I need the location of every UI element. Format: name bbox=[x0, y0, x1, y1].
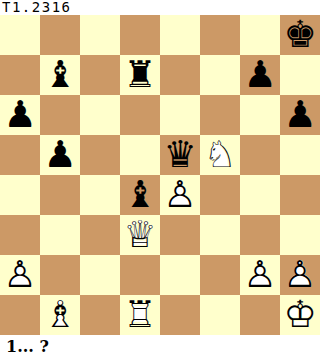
square-a3[interactable] bbox=[0, 215, 40, 255]
square-e7[interactable] bbox=[160, 55, 200, 95]
piece-white-pawn[interactable]: ♟♙ bbox=[280, 255, 320, 295]
piece-white-king[interactable]: ♚♔ bbox=[280, 295, 320, 335]
chess-diagram-app: T1.2316 ♚♝♜♟♟♟♟♛♞♘♝♟♙♛♕♟♙♟♙♟♙♝♗♜♖♚♔ 1...… bbox=[0, 0, 320, 360]
square-a8[interactable] bbox=[0, 15, 40, 55]
square-a1[interactable] bbox=[0, 295, 40, 335]
square-c5[interactable] bbox=[80, 135, 120, 175]
square-f3[interactable] bbox=[200, 215, 240, 255]
square-f2[interactable] bbox=[200, 255, 240, 295]
square-c2[interactable] bbox=[80, 255, 120, 295]
piece-black-pawn[interactable]: ♟ bbox=[280, 95, 320, 135]
square-c1[interactable] bbox=[80, 295, 120, 335]
piece-white-pawn[interactable]: ♟♙ bbox=[0, 255, 40, 295]
piece-outline-layer: ♙ bbox=[0, 255, 40, 295]
square-e5[interactable]: ♛ bbox=[160, 135, 200, 175]
square-d5[interactable] bbox=[120, 135, 160, 175]
piece-black-pawn[interactable]: ♟ bbox=[40, 135, 80, 175]
square-d3[interactable]: ♛♕ bbox=[120, 215, 160, 255]
square-b8[interactable] bbox=[40, 15, 80, 55]
square-f1[interactable] bbox=[200, 295, 240, 335]
piece-white-knight[interactable]: ♞♘ bbox=[200, 135, 240, 175]
piece-black-pawn[interactable]: ♟ bbox=[240, 55, 280, 95]
square-h7[interactable] bbox=[280, 55, 320, 95]
puzzle-title: T1.2316 bbox=[2, 0, 72, 15]
chess-board: ♚♝♜♟♟♟♟♛♞♘♝♟♙♛♕♟♙♟♙♟♙♝♗♜♖♚♔ bbox=[0, 15, 320, 335]
square-b2[interactable] bbox=[40, 255, 80, 295]
square-a4[interactable] bbox=[0, 175, 40, 215]
piece-black-king[interactable]: ♚ bbox=[280, 15, 320, 55]
square-f8[interactable] bbox=[200, 15, 240, 55]
square-f6[interactable] bbox=[200, 95, 240, 135]
square-e6[interactable] bbox=[160, 95, 200, 135]
square-h1[interactable]: ♚♔ bbox=[280, 295, 320, 335]
piece-white-pawn[interactable]: ♟♙ bbox=[160, 175, 200, 215]
square-g8[interactable] bbox=[240, 15, 280, 55]
square-f5[interactable]: ♞♘ bbox=[200, 135, 240, 175]
piece-black-pawn[interactable]: ♟ bbox=[0, 95, 40, 135]
square-g3[interactable] bbox=[240, 215, 280, 255]
square-b7[interactable]: ♝ bbox=[40, 55, 80, 95]
square-a6[interactable]: ♟ bbox=[0, 95, 40, 135]
piece-black-bishop[interactable]: ♝ bbox=[40, 55, 80, 95]
square-d8[interactable] bbox=[120, 15, 160, 55]
square-d6[interactable] bbox=[120, 95, 160, 135]
square-b3[interactable] bbox=[40, 215, 80, 255]
square-a2[interactable]: ♟♙ bbox=[0, 255, 40, 295]
piece-outline-layer: ♘ bbox=[200, 135, 240, 175]
square-g1[interactable] bbox=[240, 295, 280, 335]
square-h3[interactable] bbox=[280, 215, 320, 255]
square-b5[interactable]: ♟ bbox=[40, 135, 80, 175]
piece-outline-layer: ♙ bbox=[240, 255, 280, 295]
square-d1[interactable]: ♜♖ bbox=[120, 295, 160, 335]
square-e4[interactable]: ♟♙ bbox=[160, 175, 200, 215]
piece-black-rook[interactable]: ♜ bbox=[120, 55, 160, 95]
piece-outline-layer: ♙ bbox=[280, 255, 320, 295]
square-e2[interactable] bbox=[160, 255, 200, 295]
piece-white-queen[interactable]: ♛♕ bbox=[120, 215, 160, 255]
piece-outline-layer: ♕ bbox=[120, 215, 160, 255]
square-f4[interactable] bbox=[200, 175, 240, 215]
move-prompt: 1... ? bbox=[6, 336, 316, 360]
piece-outline-layer: ♙ bbox=[160, 175, 200, 215]
piece-white-rook[interactable]: ♜♖ bbox=[120, 295, 160, 335]
square-d4[interactable]: ♝ bbox=[120, 175, 160, 215]
square-c8[interactable] bbox=[80, 15, 120, 55]
square-g5[interactable] bbox=[240, 135, 280, 175]
square-a7[interactable] bbox=[0, 55, 40, 95]
square-b6[interactable] bbox=[40, 95, 80, 135]
square-b1[interactable]: ♝♗ bbox=[40, 295, 80, 335]
square-b4[interactable] bbox=[40, 175, 80, 215]
square-h8[interactable]: ♚ bbox=[280, 15, 320, 55]
square-g6[interactable] bbox=[240, 95, 280, 135]
piece-outline-layer: ♔ bbox=[280, 295, 320, 335]
square-g7[interactable]: ♟ bbox=[240, 55, 280, 95]
square-h4[interactable] bbox=[280, 175, 320, 215]
piece-white-bishop[interactable]: ♝♗ bbox=[40, 295, 80, 335]
square-h5[interactable] bbox=[280, 135, 320, 175]
square-a5[interactable] bbox=[0, 135, 40, 175]
square-e8[interactable] bbox=[160, 15, 200, 55]
square-g4[interactable] bbox=[240, 175, 280, 215]
square-d7[interactable]: ♜ bbox=[120, 55, 160, 95]
square-e3[interactable] bbox=[160, 215, 200, 255]
square-c7[interactable] bbox=[80, 55, 120, 95]
square-c4[interactable] bbox=[80, 175, 120, 215]
square-d2[interactable] bbox=[120, 255, 160, 295]
piece-black-queen[interactable]: ♛ bbox=[160, 135, 200, 175]
piece-white-pawn[interactable]: ♟♙ bbox=[240, 255, 280, 295]
square-g2[interactable]: ♟♙ bbox=[240, 255, 280, 295]
square-h2[interactable]: ♟♙ bbox=[280, 255, 320, 295]
piece-black-bishop[interactable]: ♝ bbox=[120, 175, 160, 215]
piece-outline-layer: ♗ bbox=[40, 295, 80, 335]
square-e1[interactable] bbox=[160, 295, 200, 335]
square-h6[interactable]: ♟ bbox=[280, 95, 320, 135]
piece-outline-layer: ♖ bbox=[120, 295, 160, 335]
square-c6[interactable] bbox=[80, 95, 120, 135]
square-f7[interactable] bbox=[200, 55, 240, 95]
square-c3[interactable] bbox=[80, 215, 120, 255]
